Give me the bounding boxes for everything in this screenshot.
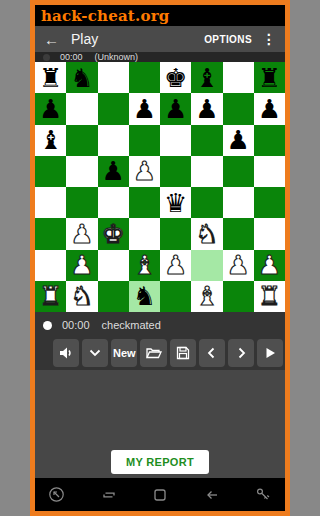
save-button[interactable]	[170, 339, 196, 367]
square-g4[interactable]	[223, 187, 254, 218]
square-h1[interactable]: ♜	[254, 281, 285, 312]
white-pawn-piece: ♟	[133, 158, 156, 184]
square-b6[interactable]	[66, 125, 97, 156]
square-e7[interactable]: ♟	[160, 93, 191, 124]
square-a7[interactable]: ♟	[35, 93, 66, 124]
lower-panel: MY REPORT	[35, 370, 285, 478]
white-pawn-piece: ♟	[226, 252, 249, 278]
back-icon[interactable]	[204, 487, 220, 503]
black-knight-piece: ♞	[70, 65, 93, 91]
chess-board: ♜♞♚♝♜♟♟♟♟♟♝♟♟♟♛♟♚♞♟♝♟♟♟♜♞♞♝♜	[35, 62, 285, 312]
square-a4[interactable]	[35, 187, 66, 218]
square-g1[interactable]	[223, 281, 254, 312]
play-button[interactable]	[257, 339, 283, 367]
black-pawn-piece: ♟	[133, 96, 156, 122]
square-f8[interactable]: ♝	[191, 62, 222, 93]
home-icon[interactable]	[152, 487, 168, 503]
options-button[interactable]: OPTIONS	[204, 34, 252, 45]
square-e4[interactable]: ♛	[160, 187, 191, 218]
black-bishop-piece: ♝	[39, 127, 62, 153]
black-king-piece: ♚	[164, 65, 187, 91]
black-queen-piece: ♛	[164, 190, 187, 216]
square-h4[interactable]	[254, 187, 285, 218]
square-e5[interactable]	[160, 156, 191, 187]
white-bishop-piece: ♝	[133, 252, 156, 278]
square-c8[interactable]	[98, 62, 129, 93]
square-a3[interactable]	[35, 218, 66, 249]
square-b4[interactable]	[66, 187, 97, 218]
white-king-piece: ♚	[101, 221, 124, 247]
white-rook-piece: ♜	[258, 283, 281, 309]
black-pawn-piece: ♟	[101, 158, 124, 184]
square-b1[interactable]: ♞	[66, 281, 97, 312]
black-pawn-piece: ♟	[258, 96, 281, 122]
page-title: Play	[71, 31, 98, 47]
square-e3[interactable]	[160, 218, 191, 249]
square-d7[interactable]: ♟	[129, 93, 160, 124]
square-d5[interactable]: ♟	[129, 156, 160, 187]
square-d1[interactable]: ♞	[129, 281, 160, 312]
overflow-menu-icon[interactable]: ⋮	[262, 32, 276, 46]
square-b2[interactable]: ♟	[66, 250, 97, 281]
back-arrow-icon[interactable]: ←	[44, 32, 59, 47]
square-c2[interactable]	[98, 250, 129, 281]
white-pawn-piece: ♟	[70, 221, 93, 247]
black-rook-piece: ♜	[39, 65, 62, 91]
square-d6[interactable]	[129, 125, 160, 156]
white-rook-piece: ♜	[39, 283, 62, 309]
square-f7[interactable]: ♟	[191, 93, 222, 124]
sound-icon	[58, 345, 74, 361]
square-h8[interactable]: ♜	[254, 62, 285, 93]
square-g6[interactable]: ♟	[223, 125, 254, 156]
opponent-clock: 00:00	[60, 52, 83, 62]
square-c5[interactable]: ♟	[98, 156, 129, 187]
my-report-button[interactable]: MY REPORT	[111, 450, 209, 474]
player-row: 00:00 checkmated	[35, 312, 285, 338]
square-d4[interactable]	[129, 187, 160, 218]
player-clock: 00:00	[62, 319, 90, 331]
square-g5[interactable]	[223, 156, 254, 187]
square-f4[interactable]	[191, 187, 222, 218]
next-move-button[interactable]	[228, 339, 254, 367]
watermark-banner: hack-cheat.org	[35, 5, 285, 26]
square-h6[interactable]	[254, 125, 285, 156]
square-e1[interactable]	[160, 281, 191, 312]
square-g8[interactable]	[223, 62, 254, 93]
square-a2[interactable]	[35, 250, 66, 281]
opponent-name: (Unknown)	[95, 52, 139, 62]
black-pawn-piece: ♟	[226, 127, 249, 153]
square-e6[interactable]	[160, 125, 191, 156]
white-pawn-piece: ♟	[258, 252, 281, 278]
square-f3[interactable]: ♞	[191, 218, 222, 249]
chevron-right-icon	[233, 345, 249, 361]
square-h5[interactable]	[254, 156, 285, 187]
sound-button[interactable]	[53, 339, 79, 367]
square-d3[interactable]	[129, 218, 160, 249]
square-h7[interactable]: ♟	[254, 93, 285, 124]
square-e2[interactable]: ♟	[160, 250, 191, 281]
game-toolbar: New	[35, 338, 285, 370]
white-bishop-piece: ♝	[195, 283, 218, 309]
opponent-row: 00:00 (Unknown)	[35, 52, 285, 62]
player-turn-indicator[interactable]	[43, 321, 52, 330]
white-knight-piece: ♞	[70, 283, 93, 309]
white-pawn-piece: ♟	[70, 252, 93, 278]
chevron-down-icon	[87, 345, 103, 361]
square-f2[interactable]	[191, 250, 222, 281]
square-a1[interactable]: ♜	[35, 281, 66, 312]
chevron-left-icon	[204, 345, 220, 361]
square-f1[interactable]: ♝	[191, 281, 222, 312]
phone-screen: hack-cheat.org ← Play OPTIONS ⋮ 00:00 (U…	[30, 0, 290, 516]
save-icon	[175, 345, 191, 361]
square-b5[interactable]	[66, 156, 97, 187]
capture-icon[interactable]	[48, 486, 65, 503]
previous-move-button[interactable]	[199, 339, 225, 367]
square-f6[interactable]	[191, 125, 222, 156]
square-b7[interactable]	[66, 93, 97, 124]
black-bishop-piece: ♝	[195, 65, 218, 91]
square-h2[interactable]: ♟	[254, 250, 285, 281]
square-b8[interactable]: ♞	[66, 62, 97, 93]
square-f5[interactable]	[191, 156, 222, 187]
black-pawn-piece: ♟	[164, 96, 187, 122]
key-icon[interactable]	[255, 486, 272, 503]
play-icon	[262, 345, 278, 361]
square-c6[interactable]	[98, 125, 129, 156]
square-h3[interactable]	[254, 218, 285, 249]
square-b3[interactable]: ♟	[66, 218, 97, 249]
square-c3[interactable]: ♚	[98, 218, 129, 249]
app-bar: ← Play OPTIONS ⋮	[35, 26, 285, 52]
collapse-button[interactable]	[82, 339, 108, 367]
square-a8[interactable]: ♜	[35, 62, 66, 93]
square-c1[interactable]	[98, 281, 129, 312]
square-g7[interactable]	[223, 93, 254, 124]
white-knight-piece: ♞	[195, 221, 218, 247]
opponent-turn-indicator[interactable]	[43, 54, 50, 61]
black-knight-piece: ♞	[133, 283, 156, 309]
android-nav-bar	[35, 478, 285, 511]
square-g3[interactable]	[223, 218, 254, 249]
black-pawn-piece: ♟	[39, 96, 62, 122]
white-pawn-piece: ♟	[164, 252, 187, 278]
square-e8[interactable]: ♚	[160, 62, 191, 93]
folder-open-icon	[145, 345, 162, 361]
black-pawn-piece: ♟	[195, 96, 218, 122]
square-a5[interactable]	[35, 156, 66, 187]
new-game-button[interactable]: New	[111, 339, 137, 367]
watermark-text: hack-cheat.org	[41, 7, 169, 25]
player-status: checkmated	[102, 319, 161, 331]
square-g2[interactable]: ♟	[223, 250, 254, 281]
recents-icon[interactable]	[101, 487, 117, 503]
open-button[interactable]	[140, 339, 166, 367]
square-d2[interactable]: ♝	[129, 250, 160, 281]
black-rook-piece: ♜	[258, 65, 281, 91]
square-c7[interactable]	[98, 93, 129, 124]
square-d8[interactable]	[129, 62, 160, 93]
square-c4[interactable]	[98, 187, 129, 218]
square-a6[interactable]: ♝	[35, 125, 66, 156]
